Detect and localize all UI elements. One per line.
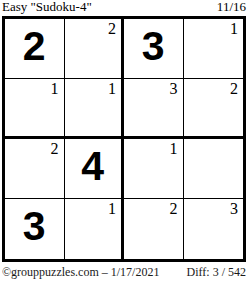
page-number: 11/16 — [217, 0, 246, 14]
given-number: 2 — [23, 26, 46, 67]
corner-clue: 2 — [230, 79, 238, 98]
footer: ©grouppuzzles.com – 1/17/2021 Diff: 3 / … — [2, 265, 246, 279]
sudoku-cell-r4c3[interactable]: 2 — [124, 199, 184, 259]
sudoku-cell-r4c4[interactable]: 3 — [184, 199, 244, 259]
sudoku-board: 2 2 3 1 1 1 3 2 2 — [2, 16, 246, 262]
puzzle-page: Easy "Sudoku-4" 11/16 2 2 3 1 1 1 3 — [0, 0, 248, 282]
given-number: 3 — [142, 26, 165, 67]
sudoku-cell-r1c1[interactable]: 2 — [5, 19, 65, 79]
sudoku-cell-r1c2[interactable]: 2 — [65, 19, 125, 79]
sudoku-cell-r3c2[interactable]: 4 — [65, 139, 125, 199]
sudoku-cell-r3c4[interactable] — [184, 139, 244, 199]
sudoku-cell-r1c4[interactable]: 1 — [184, 19, 244, 79]
corner-clue: 1 — [108, 79, 116, 98]
corner-clue: 3 — [230, 199, 238, 218]
corner-clue: 3 — [170, 79, 178, 98]
sudoku-cell-r4c2[interactable]: 1 — [65, 199, 125, 259]
corner-clue: 1 — [51, 79, 59, 98]
corner-clue: 2 — [51, 139, 59, 158]
sudoku-cell-r4c1[interactable]: 3 — [5, 199, 65, 259]
sudoku-cell-r3c1[interactable]: 2 — [5, 139, 65, 199]
page-title: Easy "Sudoku-4" — [2, 0, 92, 14]
sudoku-cell-r2c1[interactable]: 1 — [5, 79, 65, 139]
corner-clue: 2 — [108, 19, 116, 38]
given-number: 3 — [23, 206, 46, 247]
sudoku-cell-r3c3[interactable]: 1 — [124, 139, 184, 199]
given-number: 4 — [81, 146, 104, 187]
copyright-text: ©grouppuzzles.com – 1/17/2021 — [2, 265, 159, 279]
header: Easy "Sudoku-4" 11/16 — [2, 0, 246, 16]
sudoku-cell-r2c3[interactable]: 3 — [124, 79, 184, 139]
corner-clue: 1 — [108, 199, 116, 218]
difficulty-text: Diff: 3 / 542 — [187, 265, 246, 279]
sudoku-cell-r2c2[interactable]: 1 — [65, 79, 125, 139]
sudoku-cell-r2c4[interactable]: 2 — [184, 79, 244, 139]
sudoku-cell-r1c3[interactable]: 3 — [124, 19, 184, 79]
corner-clue: 2 — [170, 199, 178, 218]
corner-clue: 1 — [230, 19, 238, 38]
corner-clue: 1 — [170, 139, 178, 158]
